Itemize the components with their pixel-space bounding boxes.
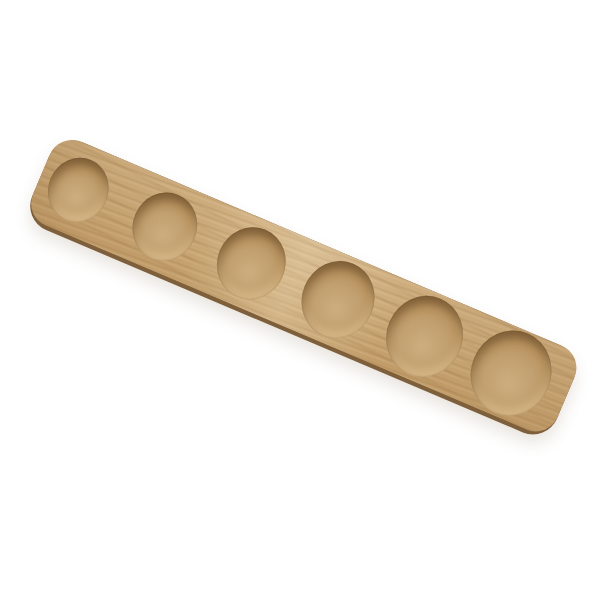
mancala-board (22, 132, 584, 442)
photo-background (0, 0, 600, 600)
pit-2[interactable] (122, 182, 208, 271)
pit-5[interactable] (374, 284, 476, 389)
board-top-face (24, 132, 584, 438)
pit-4[interactable] (290, 250, 387, 350)
pit-3[interactable] (206, 216, 297, 310)
pits-layer (59, 132, 584, 355)
pit-1[interactable] (38, 148, 119, 231)
pit-6[interactable] (457, 318, 564, 428)
